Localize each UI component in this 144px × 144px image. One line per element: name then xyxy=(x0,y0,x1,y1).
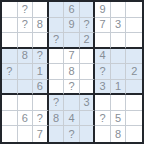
cell-r9c1-empty[interactable] xyxy=(2,126,18,142)
cell-r7c1-empty[interactable] xyxy=(2,95,18,111)
cell-r6c3-given[interactable]: 6 xyxy=(33,80,49,96)
cell-r4c2-given[interactable]: 8 xyxy=(18,49,34,65)
cell-r5c7-unknown[interactable]: ? xyxy=(95,64,111,80)
cell-r5c8-empty[interactable] xyxy=(111,64,127,80)
cell-r9c4-empty[interactable] xyxy=(49,126,65,142)
cell-r4c3-unknown[interactable]: ? xyxy=(33,49,49,65)
cell-r4c8-empty[interactable] xyxy=(111,49,127,65)
cell-r6c4-empty[interactable] xyxy=(49,80,65,96)
cell-r9c2-empty[interactable] xyxy=(18,126,34,142)
cell-r8c1-empty[interactable] xyxy=(2,111,18,127)
cell-r2c3-given[interactable]: 8 xyxy=(33,18,49,34)
cell-r9c9-empty[interactable] xyxy=(126,126,142,142)
cell-r7c9-empty[interactable] xyxy=(126,95,142,111)
cell-r5c2-empty[interactable] xyxy=(18,64,34,80)
cell-r6c2-empty[interactable] xyxy=(18,80,34,96)
cell-r3c5-empty[interactable] xyxy=(64,33,80,49)
cell-r8c6-empty[interactable] xyxy=(80,111,96,127)
cell-r7c8-empty[interactable] xyxy=(111,95,127,111)
cell-r6c7-given[interactable]: 3 xyxy=(95,80,111,96)
cell-r2c8-given[interactable]: 3 xyxy=(111,18,127,34)
cell-r7c5-empty[interactable] xyxy=(64,95,80,111)
cell-r9c7-empty[interactable] xyxy=(95,126,111,142)
cell-r1c5-given[interactable]: 6 xyxy=(64,2,80,18)
cell-r5c9-given[interactable]: 2 xyxy=(126,64,142,80)
cell-r3c6-given[interactable]: 2 xyxy=(80,33,96,49)
cell-r3c8-empty[interactable] xyxy=(111,33,127,49)
cell-r1c1-empty[interactable] xyxy=(2,2,18,18)
cell-r5c6-empty[interactable] xyxy=(80,64,96,80)
cell-r8c2-given[interactable]: 6 xyxy=(18,111,34,127)
cell-r4c6-empty[interactable] xyxy=(80,49,96,65)
cell-r6c9-empty[interactable] xyxy=(126,80,142,96)
cell-r9c8-given[interactable]: 8 xyxy=(111,126,127,142)
cell-r8c5-given[interactable]: 4 xyxy=(64,111,80,127)
cell-r5c5-given[interactable]: 8 xyxy=(64,64,80,80)
cell-r1c9-empty[interactable] xyxy=(126,2,142,18)
cell-r2c7-given[interactable]: 7 xyxy=(95,18,111,34)
cell-r5c4-empty[interactable] xyxy=(49,64,65,80)
cell-r9c3-given[interactable]: 7 xyxy=(33,126,49,142)
cell-r7c4-unknown[interactable]: ? xyxy=(49,95,65,111)
cell-r7c3-empty[interactable] xyxy=(33,95,49,111)
sudoku-board: ?69?89?73?28?74?18?26?31?36?84?57?8 xyxy=(0,0,144,144)
cell-r3c9-empty[interactable] xyxy=(126,33,142,49)
cell-r7c7-empty[interactable] xyxy=(95,95,111,111)
cell-r3c4-unknown[interactable]: ? xyxy=(49,33,65,49)
cell-r3c7-empty[interactable] xyxy=(95,33,111,49)
cell-r1c2-unknown[interactable]: ? xyxy=(18,2,34,18)
cell-r1c4-empty[interactable] xyxy=(49,2,65,18)
cell-r3c2-empty[interactable] xyxy=(18,33,34,49)
cell-r2c2-unknown[interactable]: ? xyxy=(18,18,34,34)
cell-r5c3-given[interactable]: 1 xyxy=(33,64,49,80)
cell-r4c1-empty[interactable] xyxy=(2,49,18,65)
cell-r2c4-empty[interactable] xyxy=(49,18,65,34)
cell-r2c5-given[interactable]: 9 xyxy=(64,18,80,34)
cell-r4c7-given[interactable]: 4 xyxy=(95,49,111,65)
cell-r7c2-empty[interactable] xyxy=(18,95,34,111)
cell-r2c6-unknown[interactable]: ? xyxy=(80,18,96,34)
cell-r8c3-unknown[interactable]: ? xyxy=(33,111,49,127)
cell-r1c8-empty[interactable] xyxy=(111,2,127,18)
cell-r1c7-given[interactable]: 9 xyxy=(95,2,111,18)
cell-r5c1-unknown[interactable]: ? xyxy=(2,64,18,80)
cell-r3c3-empty[interactable] xyxy=(33,33,49,49)
cell-r3c1-empty[interactable] xyxy=(2,33,18,49)
cell-r9c5-unknown[interactable]: ? xyxy=(64,126,80,142)
cell-r4c9-empty[interactable] xyxy=(126,49,142,65)
cell-r2c9-empty[interactable] xyxy=(126,18,142,34)
cell-r7c6-given[interactable]: 3 xyxy=(80,95,96,111)
cell-r6c1-empty[interactable] xyxy=(2,80,18,96)
cell-r8c4-given[interactable]: 8 xyxy=(49,111,65,127)
cell-r9c6-empty[interactable] xyxy=(80,126,96,142)
cell-r1c3-empty[interactable] xyxy=(33,2,49,18)
cell-r8c9-empty[interactable] xyxy=(126,111,142,127)
cell-r6c8-given[interactable]: 1 xyxy=(111,80,127,96)
cell-r1c6-empty[interactable] xyxy=(80,2,96,18)
cell-r2c1-empty[interactable] xyxy=(2,18,18,34)
cell-r4c4-empty[interactable] xyxy=(49,49,65,65)
cell-r8c8-given[interactable]: 5 xyxy=(111,111,127,127)
cell-r4c5-given[interactable]: 7 xyxy=(64,49,80,65)
cell-r6c6-empty[interactable] xyxy=(80,80,96,96)
cell-r6c5-unknown[interactable]: ? xyxy=(64,80,80,96)
cell-r8c7-unknown[interactable]: ? xyxy=(95,111,111,127)
